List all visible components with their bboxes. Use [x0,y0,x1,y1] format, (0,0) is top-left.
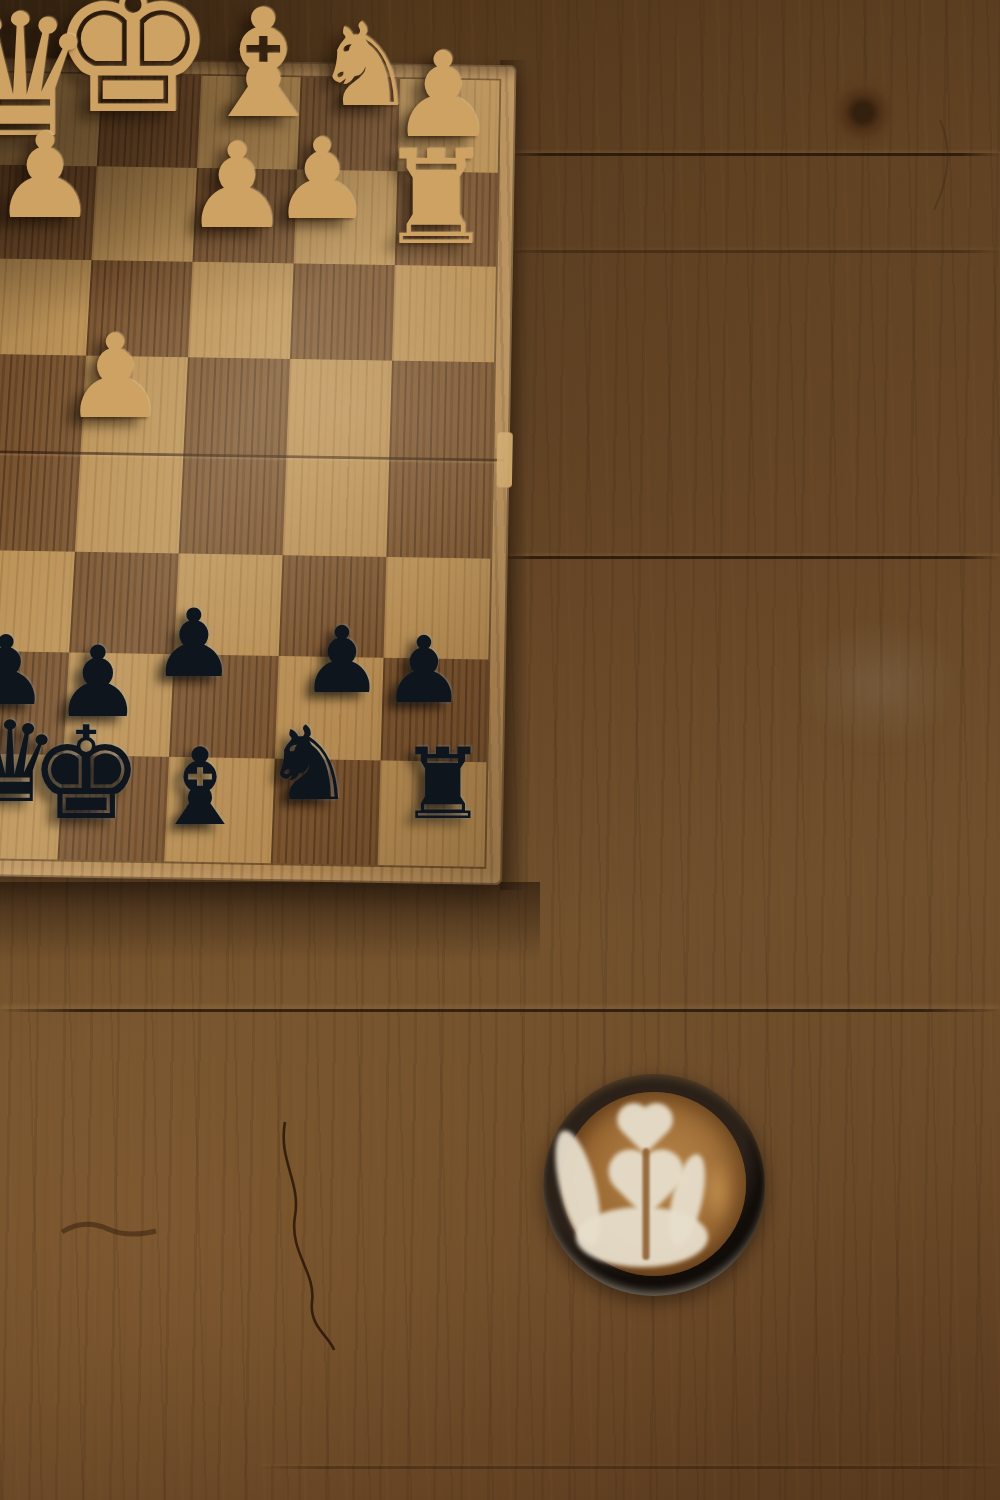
square-f5[interactable] [179,454,287,555]
square-f4[interactable] [183,357,290,456]
square-h3[interactable] [392,265,496,362]
piece-black-pawn-g7[interactable]: ♟ [301,615,383,707]
board-hinge-notch [496,432,512,487]
square-h4[interactable] [389,361,494,460]
table-plank-seam [505,153,1000,156]
table-plank-seam [492,556,1000,559]
table-worn-patch [760,590,1000,780]
piece-black-king-e8[interactable]: ♚ [29,710,144,838]
piece-white-pawn-d2[interactable]: ♟ [0,117,98,235]
table-plank-seam [505,250,1000,253]
square-e2[interactable] [91,166,197,261]
coffee-cup[interactable] [543,1074,765,1296]
piece-black-knight-g8[interactable]: ♞ [263,713,354,815]
board-cast-shadow [0,882,540,962]
piece-black-rook-h8[interactable]: ♜ [399,735,487,833]
square-g3[interactable] [290,263,395,360]
table-plank-seam [260,1466,1000,1469]
square-g4[interactable] [286,359,392,458]
photo-scene: ♛♚♝♞♟♟♟♟♜♟♟♟♟♟♟♛♚♝♞♜ [0,0,1000,1500]
square-h5[interactable] [386,458,492,559]
square-e5[interactable] [75,453,183,554]
table-plank-seam [0,1009,1000,1012]
piece-white-pawn-e4[interactable]: ♟ [63,319,167,435]
square-d5[interactable] [0,451,80,552]
piece-black-pawn-f7[interactable]: ♟ [152,597,236,691]
latte-art-stem [643,1148,650,1260]
piece-white-rook-h2[interactable]: ♜ [378,133,495,263]
wood-knot [832,72,894,160]
piece-black-bishop-f8[interactable]: ♝ [152,735,247,841]
piece-black-pawn-h7[interactable]: ♟ [383,625,465,717]
square-f3[interactable] [188,262,294,359]
latte-art-tulip [543,1074,765,1296]
piece-white-pawn-f2[interactable]: ♟ [184,127,290,245]
square-g5[interactable] [283,456,390,557]
